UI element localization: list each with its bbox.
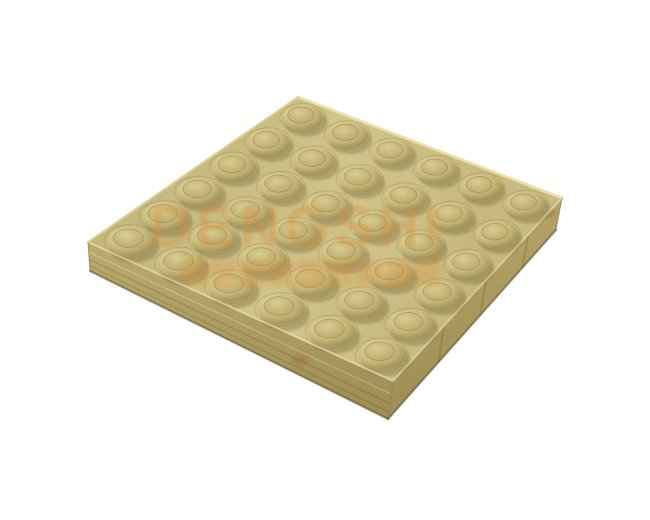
tactile-tile-image: [0, 0, 650, 520]
stud-flat-top: [148, 204, 178, 222]
stud-flat-top: [314, 319, 344, 338]
stud-flat-top: [436, 205, 463, 222]
stud-flat-top: [163, 251, 193, 270]
stud-flat-top: [327, 242, 356, 260]
stud-flat-top: [375, 262, 404, 280]
stud-flat-top: [421, 159, 447, 175]
stud-flat-top: [364, 342, 394, 361]
stud-flat-top: [332, 124, 358, 140]
stud-flat-top: [183, 180, 212, 198]
product-photo-canvas: DENGSHI: [0, 0, 650, 520]
stud-flat-top: [423, 283, 452, 301]
stud-flat-top: [231, 201, 260, 219]
stud-flat-top: [246, 248, 276, 266]
stud-flat-top: [390, 187, 417, 204]
stud-flat-top: [197, 226, 227, 244]
stud-flat-top: [466, 176, 492, 192]
stud-flat-top: [377, 142, 403, 158]
stud-flat-top: [510, 194, 536, 210]
tile-root: [88, 97, 562, 419]
stud-flat-top: [481, 223, 508, 240]
stud-flat-top: [214, 274, 244, 293]
stud-flat-top: [113, 229, 143, 248]
stud-flat-top: [288, 107, 314, 123]
stud-flat-top: [358, 214, 386, 231]
stud-flat-top: [218, 156, 246, 173]
stud-flat-top: [253, 131, 280, 148]
stud-flat-top: [394, 312, 424, 330]
stud-flat-top: [265, 175, 293, 192]
stud-flat-top: [344, 291, 374, 309]
stud-flat-top: [279, 221, 308, 239]
stud-flat-top: [295, 269, 325, 287]
stud-flat-top: [405, 234, 433, 251]
stud-flat-top: [311, 195, 339, 212]
stud-flat-top: [344, 168, 371, 185]
stud-flat-top: [264, 297, 294, 316]
rust-stain: [292, 355, 308, 365]
stud-flat-top: [298, 150, 325, 167]
stud-flat-top: [452, 253, 480, 270]
